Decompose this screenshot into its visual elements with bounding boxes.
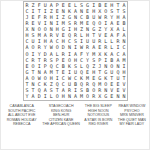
word-list-column-4: REAR WINDOWPSYCHOMRS MINIVERTHE QUIET MA… xyxy=(116,104,148,127)
word-item: REBECCA xyxy=(13,122,30,127)
word-list-column-2: STAGECOACHKING KONGBEN-HURCITIZEN KANETH… xyxy=(41,104,80,127)
grid-cell-r16c17: N xyxy=(121,94,127,100)
word-item: MY FAIR LADY xyxy=(120,122,145,127)
word-item: THE AFRICAN QUEEN xyxy=(42,122,80,127)
word-search-grid-border: RZFUAPEELSGIBEHTACITIZENKANEHXOSTSJEFRHI… xyxy=(23,1,128,101)
word-search-grid: RZFUAPEELSGIBEHTACITIZENKANEHXOSTSJEFRHI… xyxy=(24,2,127,100)
word-search-page: RZFUAPEELSGIBEHTACITIZENKANEHXOSTSJEFRHI… xyxy=(0,0,150,150)
word-list-column-3: THE BIG SLEEPHIGH NOONNOTORIOUSA STAR IS… xyxy=(81,104,116,127)
footer: www.WordSearchAddict.com xyxy=(0,140,150,150)
word-list-column-1: CASABLANCASOUTH PACIFICALL ABOUT EVEROMA… xyxy=(2,104,41,127)
word-list: CASABLANCASOUTH PACIFICALL ABOUT EVEROMA… xyxy=(2,104,148,127)
word-item: RED RIVER xyxy=(89,122,109,127)
